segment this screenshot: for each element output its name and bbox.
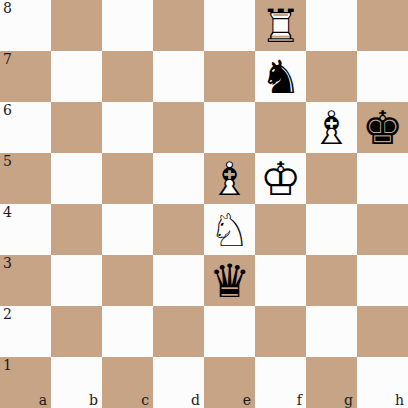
- piece-outline-glyph: ♘: [204, 204, 255, 255]
- square-f1[interactable]: f: [255, 357, 306, 408]
- piece-outline-glyph: ♖: [255, 0, 306, 51]
- piece-black-knight[interactable]: ♞: [255, 51, 306, 102]
- square-b8[interactable]: [51, 0, 102, 51]
- square-a6[interactable]: 6: [0, 102, 51, 153]
- square-c1[interactable]: c: [102, 357, 153, 408]
- rank-label-6: 6: [3, 103, 12, 118]
- square-h3[interactable]: [357, 255, 408, 306]
- square-b1[interactable]: b: [51, 357, 102, 408]
- square-g8[interactable]: [306, 0, 357, 51]
- square-c3[interactable]: [102, 255, 153, 306]
- piece-black-king[interactable]: ♚: [357, 102, 408, 153]
- square-b5[interactable]: [51, 153, 102, 204]
- square-d3[interactable]: [153, 255, 204, 306]
- square-c5[interactable]: [102, 153, 153, 204]
- square-e2[interactable]: [204, 306, 255, 357]
- square-d6[interactable]: [153, 102, 204, 153]
- rank-label-7: 7: [3, 52, 12, 67]
- square-h8[interactable]: [357, 0, 408, 51]
- square-a7[interactable]: 7: [0, 51, 51, 102]
- square-g7[interactable]: [306, 51, 357, 102]
- rank-label-5: 5: [3, 154, 12, 169]
- file-label-b: b: [89, 393, 98, 408]
- square-a1[interactable]: 1a: [0, 357, 51, 408]
- square-h2[interactable]: [357, 306, 408, 357]
- square-e6[interactable]: [204, 102, 255, 153]
- file-label-a: a: [39, 393, 47, 408]
- piece-white-bishop[interactable]: ♝♗: [204, 153, 255, 204]
- square-a4[interactable]: 4: [0, 204, 51, 255]
- square-d2[interactable]: [153, 306, 204, 357]
- square-h6[interactable]: ♚: [357, 102, 408, 153]
- square-e8[interactable]: [204, 0, 255, 51]
- square-g6[interactable]: ♝♗: [306, 102, 357, 153]
- file-label-h: h: [395, 393, 404, 408]
- square-a2[interactable]: 2: [0, 306, 51, 357]
- piece-outline-glyph: ♗: [204, 153, 255, 204]
- piece-white-king[interactable]: ♚♔: [255, 153, 306, 204]
- square-g2[interactable]: [306, 306, 357, 357]
- piece-white-rook[interactable]: ♜♖: [255, 0, 306, 51]
- square-h4[interactable]: [357, 204, 408, 255]
- square-c2[interactable]: [102, 306, 153, 357]
- square-e1[interactable]: e: [204, 357, 255, 408]
- square-d1[interactable]: d: [153, 357, 204, 408]
- square-e7[interactable]: [204, 51, 255, 102]
- square-d8[interactable]: [153, 0, 204, 51]
- square-e3[interactable]: ♛: [204, 255, 255, 306]
- square-e4[interactable]: ♞♘: [204, 204, 255, 255]
- square-b4[interactable]: [51, 204, 102, 255]
- piece-white-bishop[interactable]: ♝♗: [306, 102, 357, 153]
- square-h5[interactable]: [357, 153, 408, 204]
- square-d7[interactable]: [153, 51, 204, 102]
- square-f8[interactable]: ♜♖: [255, 0, 306, 51]
- file-label-f: f: [297, 393, 302, 408]
- square-a8[interactable]: 8: [0, 0, 51, 51]
- piece-outline-glyph: ♔: [255, 153, 306, 204]
- square-f5[interactable]: ♚♔: [255, 153, 306, 204]
- file-label-c: c: [141, 393, 149, 408]
- square-f2[interactable]: [255, 306, 306, 357]
- square-f4[interactable]: [255, 204, 306, 255]
- square-c6[interactable]: [102, 102, 153, 153]
- square-f3[interactable]: [255, 255, 306, 306]
- square-c8[interactable]: [102, 0, 153, 51]
- square-d5[interactable]: [153, 153, 204, 204]
- piece-black-queen[interactable]: ♛: [204, 255, 255, 306]
- rank-label-1: 1: [3, 358, 12, 373]
- piece-outline-glyph: ♗: [306, 102, 357, 153]
- rank-label-2: 2: [3, 307, 12, 322]
- square-b3[interactable]: [51, 255, 102, 306]
- square-b6[interactable]: [51, 102, 102, 153]
- square-g5[interactable]: [306, 153, 357, 204]
- file-label-d: d: [191, 393, 200, 408]
- square-a3[interactable]: 3: [0, 255, 51, 306]
- square-d4[interactable]: [153, 204, 204, 255]
- square-f7[interactable]: ♞: [255, 51, 306, 102]
- square-h7[interactable]: [357, 51, 408, 102]
- chess-board: 8♜♖7♞6♝♗♚5♝♗♚♔4♞♘3♛21abcdefgh: [0, 0, 408, 408]
- piece-white-knight[interactable]: ♞♘: [204, 204, 255, 255]
- rank-label-8: 8: [3, 1, 12, 16]
- square-b7[interactable]: [51, 51, 102, 102]
- square-g4[interactable]: [306, 204, 357, 255]
- square-h1[interactable]: h: [357, 357, 408, 408]
- square-e5[interactable]: ♝♗: [204, 153, 255, 204]
- file-label-g: g: [344, 393, 353, 408]
- square-c7[interactable]: [102, 51, 153, 102]
- square-g1[interactable]: g: [306, 357, 357, 408]
- file-label-e: e: [243, 393, 251, 408]
- square-c4[interactable]: [102, 204, 153, 255]
- square-b2[interactable]: [51, 306, 102, 357]
- square-a5[interactable]: 5: [0, 153, 51, 204]
- rank-label-4: 4: [3, 205, 12, 220]
- rank-label-3: 3: [3, 256, 12, 271]
- square-g3[interactable]: [306, 255, 357, 306]
- square-f6[interactable]: [255, 102, 306, 153]
